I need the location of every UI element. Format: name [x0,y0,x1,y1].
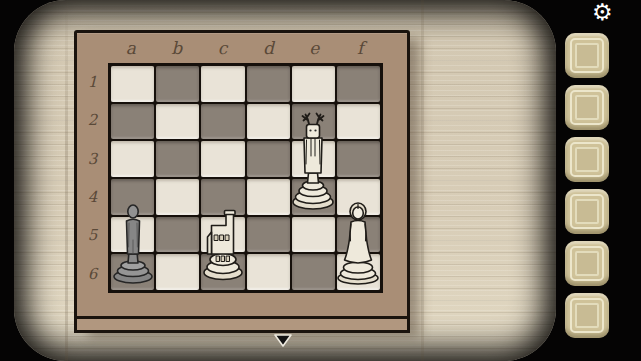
square-f4[interactable] [337,179,380,215]
square-a4[interactable] [111,179,154,215]
square-e3[interactable] [292,141,335,177]
square-c1[interactable] [201,66,244,102]
file-label-d: d [245,33,291,62]
square-d6[interactable] [247,254,290,290]
square-d1[interactable] [247,66,290,102]
rank-labels: 123456 [77,63,108,293]
inventory-slot-3[interactable] [565,137,609,182]
square-a2[interactable] [111,104,154,140]
rank-label-6: 6 [77,255,108,293]
square-f5[interactable] [337,217,380,253]
square-f3[interactable] [337,141,380,177]
square-b2[interactable] [156,104,199,140]
scene-wood-wall: abcdef 123456 [14,0,556,361]
square-a5[interactable] [111,217,154,253]
square-f6[interactable] [337,254,380,290]
inventory-slot-1[interactable] [565,33,609,78]
square-d2[interactable] [247,104,290,140]
square-e6[interactable] [292,254,335,290]
square-b4[interactable] [156,179,199,215]
file-label-f: f [337,33,383,62]
board-frame-ledge [74,316,410,333]
inventory-panel [565,33,609,338]
chess-board [108,63,383,293]
inventory-slot-6[interactable] [565,293,609,338]
square-f2[interactable] [337,104,380,140]
square-e2[interactable] [292,104,335,140]
file-label-b: b [154,33,200,62]
square-b1[interactable] [156,66,199,102]
square-a3[interactable] [111,141,154,177]
inventory-slot-4[interactable] [565,189,609,234]
file-labels: abcdef [108,33,383,62]
square-d5[interactable] [247,217,290,253]
rank-label-2: 2 [77,101,108,139]
square-b6[interactable] [156,254,199,290]
square-c3[interactable] [201,141,244,177]
square-a6[interactable] [111,254,154,290]
inventory-slot-2[interactable] [565,85,609,130]
down-arrow-icon[interactable] [272,333,294,348]
square-c6[interactable] [201,254,244,290]
rank-label-3: 3 [77,140,108,178]
square-a1[interactable] [111,66,154,102]
square-c5[interactable] [201,217,244,253]
file-label-a: a [108,33,154,62]
square-e4[interactable] [292,179,335,215]
file-label-c: c [200,33,246,62]
square-b5[interactable] [156,217,199,253]
settings-gear-icon[interactable]: ⚙ [592,1,613,24]
wall-seam-left [65,0,68,361]
file-label-e: e [291,33,337,62]
square-d4[interactable] [247,179,290,215]
rank-label-5: 5 [77,216,108,254]
square-c2[interactable] [201,104,244,140]
rank-label-1: 1 [77,63,108,101]
square-b3[interactable] [156,141,199,177]
inventory-slot-5[interactable] [565,241,609,286]
board-grid [111,66,380,290]
square-f1[interactable] [337,66,380,102]
hud-panel: ⚙ [556,0,641,361]
square-e1[interactable] [292,66,335,102]
chess-board-frame: abcdef 123456 [74,30,410,333]
square-c4[interactable] [201,179,244,215]
square-e5[interactable] [292,217,335,253]
square-d3[interactable] [247,141,290,177]
rank-label-4: 4 [77,178,108,216]
wall-seam-right [421,0,424,361]
game-screen: abcdef 123456 [0,0,641,361]
